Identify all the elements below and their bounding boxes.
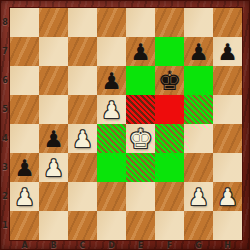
white-pawn[interactable]: ♟	[10, 182, 39, 211]
file-label-f: F	[155, 240, 184, 250]
square-e4[interactable]: ♚	[126, 124, 155, 153]
square-a6[interactable]	[10, 66, 39, 95]
square-b1[interactable]	[39, 211, 68, 240]
square-h5[interactable]	[213, 95, 242, 124]
square-e5[interactable]	[126, 95, 155, 124]
file-label-h: H	[213, 240, 242, 250]
square-f7[interactable]	[155, 37, 184, 66]
square-b3[interactable]: ♟	[39, 153, 68, 182]
square-h3[interactable]	[213, 153, 242, 182]
rank-label-2: 2	[0, 182, 10, 211]
square-h2[interactable]: ♟	[213, 182, 242, 211]
white-pawn[interactable]: ♟	[68, 124, 97, 153]
black-king[interactable]: ♚	[155, 66, 184, 95]
square-b8[interactable]	[39, 8, 68, 37]
white-pawn[interactable]: ♟	[213, 182, 242, 211]
square-b4[interactable]: ♟	[39, 124, 68, 153]
square-g5[interactable]	[184, 95, 213, 124]
square-f4[interactable]	[155, 124, 184, 153]
square-a7[interactable]	[10, 37, 39, 66]
square-c1[interactable]	[68, 211, 97, 240]
square-e7[interactable]: ♟	[126, 37, 155, 66]
square-a1[interactable]	[10, 211, 39, 240]
square-g2[interactable]: ♟	[184, 182, 213, 211]
file-label-b: B	[39, 240, 68, 250]
square-d4[interactable]	[97, 124, 126, 153]
square-c5[interactable]	[68, 95, 97, 124]
square-f8[interactable]	[155, 8, 184, 37]
white-pawn[interactable]: ♟	[184, 182, 213, 211]
square-a5[interactable]	[10, 95, 39, 124]
file-labels: ABCDEFGH	[10, 240, 242, 250]
square-g7[interactable]: ♟	[184, 37, 213, 66]
file-label-a: A	[10, 240, 39, 250]
square-f6[interactable]: ♚	[155, 66, 184, 95]
square-e3[interactable]	[126, 153, 155, 182]
square-d7[interactable]	[97, 37, 126, 66]
square-e8[interactable]	[126, 8, 155, 37]
square-g6[interactable]	[184, 66, 213, 95]
square-e1[interactable]	[126, 211, 155, 240]
square-g1[interactable]	[184, 211, 213, 240]
white-pawn[interactable]: ♟	[39, 153, 68, 182]
square-a3[interactable]: ♟	[10, 153, 39, 182]
rank-label-1: 1	[0, 211, 10, 240]
square-d3[interactable]	[97, 153, 126, 182]
square-h7[interactable]: ♟	[213, 37, 242, 66]
black-pawn[interactable]: ♟	[126, 37, 155, 66]
square-f1[interactable]	[155, 211, 184, 240]
rank-label-8: 8	[0, 8, 10, 37]
square-h4[interactable]	[213, 124, 242, 153]
square-b2[interactable]	[39, 182, 68, 211]
square-c2[interactable]	[68, 182, 97, 211]
square-g8[interactable]	[184, 8, 213, 37]
file-label-g: G	[184, 240, 213, 250]
black-pawn[interactable]: ♟	[39, 124, 68, 153]
black-pawn[interactable]: ♟	[10, 153, 39, 182]
square-d5[interactable]: ♟	[97, 95, 126, 124]
file-label-d: D	[97, 240, 126, 250]
square-f5[interactable]	[155, 95, 184, 124]
square-a2[interactable]: ♟	[10, 182, 39, 211]
white-king[interactable]: ♚	[126, 124, 155, 153]
rank-label-3: 3	[0, 153, 10, 182]
square-d2[interactable]	[97, 182, 126, 211]
file-label-e: E	[126, 240, 155, 250]
square-d1[interactable]	[97, 211, 126, 240]
square-e6[interactable]	[126, 66, 155, 95]
square-g4[interactable]	[184, 124, 213, 153]
chess-board-frame: 87654321 ♟♟♟♟♚♟♟♟♚♟♟♟♟♟ ABCDEFGH	[0, 0, 250, 250]
rank-label-4: 4	[0, 124, 10, 153]
square-c6[interactable]	[68, 66, 97, 95]
white-pawn[interactable]: ♟	[97, 95, 126, 124]
rank-label-6: 6	[0, 66, 10, 95]
rank-label-5: 5	[0, 95, 10, 124]
square-d8[interactable]	[97, 8, 126, 37]
square-g3[interactable]	[184, 153, 213, 182]
square-c8[interactable]	[68, 8, 97, 37]
square-h8[interactable]	[213, 8, 242, 37]
square-c7[interactable]	[68, 37, 97, 66]
black-pawn[interactable]: ♟	[184, 37, 213, 66]
rank-labels: 87654321	[0, 8, 10, 240]
black-pawn[interactable]: ♟	[97, 66, 126, 95]
square-b5[interactable]	[39, 95, 68, 124]
square-f3[interactable]	[155, 153, 184, 182]
square-c3[interactable]	[68, 153, 97, 182]
file-label-c: C	[68, 240, 97, 250]
square-h6[interactable]	[213, 66, 242, 95]
square-f2[interactable]	[155, 182, 184, 211]
square-c4[interactable]: ♟	[68, 124, 97, 153]
square-b7[interactable]	[39, 37, 68, 66]
square-b6[interactable]	[39, 66, 68, 95]
black-pawn[interactable]: ♟	[213, 37, 242, 66]
square-a8[interactable]	[10, 8, 39, 37]
rank-label-7: 7	[0, 37, 10, 66]
square-h1[interactable]	[213, 211, 242, 240]
square-e2[interactable]	[126, 182, 155, 211]
square-a4[interactable]	[10, 124, 39, 153]
square-d6[interactable]: ♟	[97, 66, 126, 95]
chess-board: ♟♟♟♟♚♟♟♟♚♟♟♟♟♟	[10, 8, 242, 240]
